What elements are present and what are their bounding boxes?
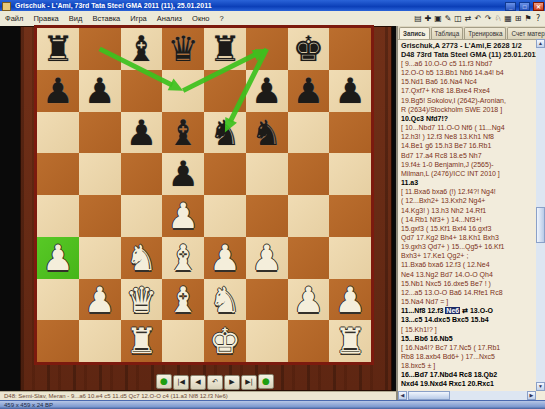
square-d7[interactable] (162, 70, 204, 112)
forward-button[interactable]: ▶ (224, 375, 240, 390)
goto-start-button[interactable]: |◀ (173, 375, 189, 390)
square-e8[interactable]: ♜ (204, 28, 246, 70)
board-nav-buttons: ●|◀◀↶▶▶|● (156, 370, 275, 385)
square-a6[interactable] (37, 112, 79, 154)
square-g7[interactable]: ♟ (288, 70, 330, 112)
notation-line: 19.f4± 1-0 Benjamin,J (2565)- (401, 160, 535, 169)
new-board-icon[interactable]: ▤ (413, 11, 423, 26)
notation-line: 15...Bb6 16.Nb5 (401, 334, 535, 343)
copy-icon[interactable]: ◫ (453, 11, 463, 26)
layout-icon[interactable]: ⊞ (513, 11, 523, 26)
square-g8[interactable]: ♚ (288, 28, 330, 70)
notation-line: R (2634)/Stockholm SWE 2018 ] (401, 105, 535, 114)
square-h3[interactable] (329, 237, 371, 279)
current-move[interactable]: Ne6 (445, 307, 460, 314)
square-d1[interactable] (162, 320, 204, 362)
square-a8[interactable]: ♜ (37, 28, 79, 70)
square-g3[interactable] (288, 237, 330, 279)
takeback-icon[interactable]: ↶ (473, 11, 483, 26)
notation-tabs: ЗаписьТаблицаТренировкаСчет матер.Книга (398, 26, 545, 40)
notation-line: [ 10...Nbd7 11.O-O Nf6 ( 11...Ng4 (401, 123, 535, 132)
black-queen-d8: ♛ (162, 28, 204, 70)
square-g4[interactable] (288, 195, 330, 237)
engine-toggle-left-button[interactable]: ● (156, 374, 172, 389)
menu-3[interactable]: Вид (64, 11, 88, 26)
vertical-scrollbar[interactable]: ▲ ▼ (536, 39, 545, 391)
notation-line: Qd7 17.Kg2 Bh4+ 18.Kh1 Bxh3 (401, 233, 535, 242)
tab-3[interactable]: Тренировка (464, 27, 506, 40)
white-pawn-e3: ♟ (204, 237, 246, 279)
notation-line: Bxh3+ 17.Ke1 Qg2+ ; (401, 251, 535, 260)
square-e3[interactable]: ♟ (204, 237, 246, 279)
square-g5[interactable] (288, 153, 330, 195)
notation-line: 17.Qxf7+ Kh8 18.Bxe4 Rxe4 (401, 86, 535, 95)
white-rook-h1: ♜ (329, 320, 371, 362)
black-rook-a8: ♜ (37, 28, 79, 70)
square-h4[interactable] (329, 195, 371, 237)
game-header-event: D48 73rd Tata Steel GMA (11) 25.01.2011 (401, 50, 534, 59)
menu-1[interactable]: Файл (0, 11, 28, 26)
square-c2[interactable]: ♛ (121, 279, 163, 321)
square-a3[interactable]: ♟ (37, 237, 79, 279)
horizontal-scroll-thumb[interactable] (408, 391, 450, 400)
notation-line: 11.a3 (401, 178, 535, 187)
notation-line: [ 11.Bxa6 bxa6 (!) 12.f4?! Ng4! (401, 187, 535, 196)
notation-line: 13...c5 14.dxc5 Bxc5 15.b4 (401, 315, 535, 324)
square-c3[interactable]: ♞ (121, 237, 163, 279)
square-b7[interactable]: ♟ (79, 70, 121, 112)
black-pawn-h7: ♟ (329, 70, 371, 112)
takeback-button[interactable]: ↶ (207, 375, 223, 390)
black-knight-f6: ♞ (246, 112, 288, 154)
black-king-g8: ♚ (288, 28, 330, 70)
square-a1[interactable] (37, 320, 79, 362)
black-pawn-f7: ♟ (246, 70, 288, 112)
black-bishop-d6: ♝ (162, 112, 204, 154)
window-title: Grischuk - L'Ami, 73rd Tata Steel GMA 20… (15, 2, 212, 9)
horizontal-scrollbar[interactable]: ◀ ▶ (398, 391, 536, 400)
notation-line: 15.Nd1 Ba6 16.Na4 Nc4 (401, 77, 535, 86)
notation-line: 15.Na4 Nd7 = ] (401, 297, 535, 306)
square-h1[interactable]: ♜ (329, 320, 371, 362)
square-f6[interactable]: ♞ (246, 112, 288, 154)
square-a2[interactable] (37, 279, 79, 321)
square-d6[interactable]: ♝ (162, 112, 204, 154)
white-pawn-h2: ♟ (329, 279, 371, 321)
notation-line: [ 9...a6 10.O-O c5 11.f3 Nbd7 (401, 59, 535, 68)
square-c7[interactable] (121, 70, 163, 112)
square-b1[interactable] (79, 320, 121, 362)
tab-1[interactable]: Запись (399, 27, 430, 40)
notation-line: 14.Kg3! ) 13.h3 Nh2 14.Rf1 (401, 206, 535, 215)
white-bishop-d3: ♝ (162, 237, 204, 279)
square-b6[interactable] (79, 112, 121, 154)
notation-line: [ 16.Na4!? Bc7 17.Nc5 ( 17.Rb1 (401, 343, 535, 352)
scroll-up-icon[interactable]: ▲ (536, 39, 545, 48)
square-e6[interactable]: ♞ (204, 112, 246, 154)
square-h5[interactable] (329, 153, 371, 195)
square-a4[interactable] (37, 195, 79, 237)
white-king-e1: ♚ (204, 320, 246, 362)
forward-icon[interactable]: ↷ (483, 11, 493, 26)
back-button[interactable]: ◀ (190, 375, 206, 390)
window-status-bar: 459 x 459 x 24 BP (0, 400, 545, 409)
notation-line: 11...Nf8 12.f3 Ne6 ⇄ 13.O-O (401, 306, 535, 315)
white-knight-e2: ♞ (204, 279, 246, 321)
square-g1[interactable] (288, 320, 330, 362)
square-c8[interactable]: ♝ (121, 28, 163, 70)
notation-line: 15.Nb1 Nxc5 16.dxe5 Be7 ! ) (401, 279, 535, 288)
black-pawn-a7: ♟ (37, 70, 79, 112)
square-h8[interactable] (329, 28, 371, 70)
square-a7[interactable]: ♟ (37, 70, 79, 112)
square-b3[interactable] (79, 237, 121, 279)
square-b8[interactable] (79, 28, 121, 70)
chess-board[interactable]: ♜♝♛♜♚♟♟♟♟♟♟♝♞♞♟♟♟♞♝♟♟♟♛♝♞♟♟♜♚♜ (37, 28, 371, 362)
white-queen-c2: ♛ (121, 279, 163, 321)
white-pawn-f3: ♟ (246, 237, 288, 279)
square-e4[interactable] (204, 195, 246, 237)
square-f5[interactable] (246, 153, 288, 195)
flip-board-icon[interactable]: ⇄ (463, 11, 473, 26)
notation-line: 10.Qc3 Nfd7!? (401, 114, 535, 123)
app-icon (2, 2, 11, 11)
menu-2[interactable]: Правка (28, 11, 63, 26)
chessbase-board-window: Grischuk - L'Ami, 73rd Tata Steel GMA 20… (0, 0, 545, 409)
black-pawn-g7: ♟ (288, 70, 330, 112)
vertical-scroll-thumb[interactable] (536, 207, 545, 243)
notation-line: 19.gxh3 Qd7+ ) 15...Qg5+ 16.Kf1 (401, 242, 535, 251)
menu-6[interactable]: Анализ (152, 11, 187, 26)
black-knight-e6: ♞ (204, 112, 246, 154)
square-e2[interactable]: ♞ (204, 279, 246, 321)
open-icon[interactable]: ✚ (423, 11, 433, 26)
black-pawn-d5: ♟ (162, 153, 204, 195)
square-f1[interactable] (246, 320, 288, 362)
square-c4[interactable] (121, 195, 163, 237)
notation-line: [ 15.Kh1!? ] (401, 325, 535, 334)
square-h7[interactable]: ♟ (329, 70, 371, 112)
notation-line: 12.h3! ) 12.f3 Ne8 13.Kh1 Nf8 (401, 132, 535, 141)
menu-bar: ФайлПравкаВидВставкаИграАнализОкно? ▤✚▣✎… (0, 11, 545, 27)
notation-line: 16...Bd7 17.Nbd4 Rc8 18.Qb2 (401, 370, 535, 379)
flag-icon[interactable]: ⚑ (523, 11, 533, 26)
square-e1[interactable]: ♚ (204, 320, 246, 362)
menu-4[interactable]: Вставка (87, 11, 125, 26)
square-f3[interactable]: ♟ (246, 237, 288, 279)
square-c6[interactable]: ♟ (121, 112, 163, 154)
black-pawn-b7: ♟ (79, 70, 121, 112)
notation-line: 14.Be1 g6 15.h3 Be7 16.Rb1 (401, 141, 535, 150)
square-b5[interactable] (79, 153, 121, 195)
game-header-players: Grischuk,A 2773 - L'Ami,E 2628 1/2 (401, 41, 534, 50)
engine-toggle-right-button[interactable]: ● (258, 374, 274, 389)
engine-icon[interactable]: ♘ (493, 11, 503, 26)
menu-5[interactable]: Игра (125, 11, 151, 26)
white-pawn-b2: ♟ (79, 279, 121, 321)
square-c5[interactable] (121, 153, 163, 195)
square-e7[interactable] (204, 70, 246, 112)
title-bar: Grischuk - L'Ami, 73rd Tata Steel GMA 20… (0, 0, 545, 11)
notation-line: 11.Bxa6 bxa6 12.f3 ( 12.Ne4 (401, 260, 535, 269)
white-pawn-g2: ♟ (288, 279, 330, 321)
move-list[interactable]: [ 9...a6 10.O-O c5 11.f3 Nbd712.O-O b5 1… (401, 59, 535, 391)
tab-2[interactable]: Таблица (431, 27, 464, 40)
square-e5[interactable] (204, 153, 246, 195)
scroll-down-icon[interactable]: ▼ (536, 382, 545, 391)
square-h2[interactable]: ♟ (329, 279, 371, 321)
square-b4[interactable] (79, 195, 121, 237)
board-panel: ♜♝♛♜♚♟♟♟♟♟♟♝♞♞♟♟♟♞♝♟♟♟♛♝♞♟♟♜♚♜ ●|◀◀↶▶▶|●… (0, 26, 396, 400)
notation-line: Nxd4 19.Nxd4 Rxc1 20.Rxc1 (401, 379, 535, 388)
notation-line: 18.bxc5 ± ] (401, 361, 535, 370)
square-f4[interactable] (246, 195, 288, 237)
scroll-right-icon[interactable]: ▶ (527, 391, 536, 400)
square-f8[interactable] (246, 28, 288, 70)
save-icon[interactable]: ▣ (433, 11, 443, 26)
square-g6[interactable] (288, 112, 330, 154)
square-f7[interactable]: ♟ (246, 70, 288, 112)
black-bishop-c8: ♝ (121, 28, 163, 70)
notation-line: 19.Bg5! Sokolov,I (2642)-Aronian, (401, 96, 535, 105)
white-knight-c3: ♞ (121, 237, 163, 279)
game-header: Grischuk,A 2773 - L'Ami,E 2628 1/2 D48 7… (401, 41, 534, 59)
square-d4[interactable]: ♟ (162, 195, 204, 237)
notation-line: ( 14.Rb1 Nf3+ ) 14...Nf3+! (401, 215, 535, 224)
square-a5[interactable] (37, 153, 79, 195)
opening-status-line: D48: Semi-Slav, Meran - 9...a6 10.e4 c5 … (0, 391, 396, 400)
goto-end-button[interactable]: ▶| (241, 375, 257, 390)
notation-line: 12...a5 13.O-O Ba6 14.Rfe1 Rc8 (401, 288, 535, 297)
notation-line: Ne4 13.Ng2 Bd7 14.O-O Qh4 (401, 270, 535, 279)
notation-line: ( 12...Bxh2+ 13.Kxh2 Ng4+ (401, 196, 535, 205)
maximize-button[interactable]: □ (519, 2, 530, 11)
minimize-button[interactable]: _ (505, 2, 516, 11)
notation-line: Bd7 17.a4 Rc8 18.e5 Nh7 (401, 151, 535, 160)
black-rook-e8: ♜ (204, 28, 246, 70)
square-d2[interactable]: ♝ (162, 279, 204, 321)
notation-line: Rb8 18.axb4 Bd6+ ) 17...Nxc5 (401, 352, 535, 361)
white-rook-c1: ♜ (121, 320, 163, 362)
notation-panel: ЗаписьТаблицаТренировкаСчет матер.Книга … (398, 26, 545, 400)
print-icon[interactable]: ✎ (443, 11, 453, 26)
menu-7[interactable]: Окно (187, 11, 214, 26)
notation-line: 15.gxf3 ( 15.Kf1 Bxf4 16.gxf3 (401, 224, 535, 233)
square-h6[interactable] (329, 112, 371, 154)
square-c1[interactable]: ♜ (121, 320, 163, 362)
square-d5[interactable]: ♟ (162, 153, 204, 195)
notation-line: Milman,L (2476)/ICC INT 2010 ] (401, 169, 535, 178)
toolbar: ▤✚▣✎◫⇄↶↷♘▦⊞⚑? (413, 11, 543, 26)
square-d8[interactable]: ♛ (162, 28, 204, 70)
white-bishop-d2: ♝ (162, 279, 204, 321)
book-icon[interactable]: ▦ (503, 11, 513, 26)
square-d3[interactable]: ♝ (162, 237, 204, 279)
scroll-left-icon[interactable]: ◀ (398, 391, 407, 400)
black-pawn-c6: ♟ (121, 112, 163, 154)
square-b2[interactable]: ♟ (79, 279, 121, 321)
menu-8[interactable]: ? (215, 11, 229, 26)
notation-line: 12.O-O b5 13.Bb1 Nb6 14.a4! b4 (401, 68, 535, 77)
square-g2[interactable]: ♟ (288, 279, 330, 321)
help-icon[interactable]: ? (533, 11, 543, 26)
square-f2[interactable] (246, 279, 288, 321)
close-button[interactable]: ✕ (533, 2, 544, 11)
white-pawn-d4: ♟ (162, 195, 204, 237)
white-pawn-a3: ♟ (37, 237, 79, 279)
